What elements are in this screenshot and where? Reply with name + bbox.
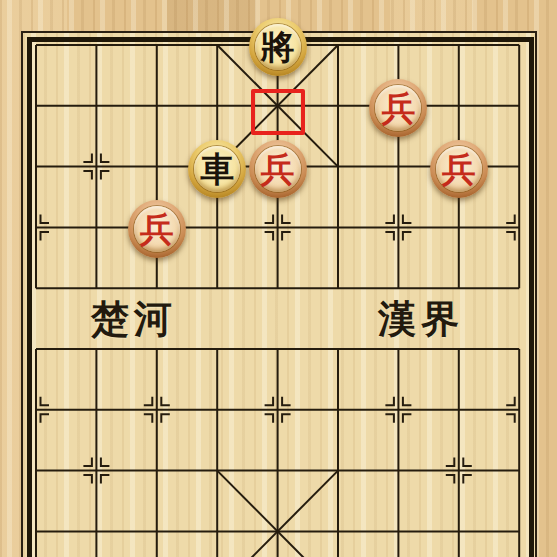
black-general-glyph: 將 [255, 24, 301, 70]
board-grid [0, 0, 557, 557]
river-label-right: 漢界 [378, 294, 464, 345]
black-chariot[interactable]: 車 [188, 140, 246, 198]
xiangqi-board: 楚河 漢界 將車兵兵兵兵 [0, 0, 557, 557]
red-soldier[interactable]: 兵 [430, 140, 488, 198]
red-soldier-glyph: 兵 [255, 146, 301, 192]
black-general[interactable]: 將 [249, 18, 307, 76]
red-soldier-glyph: 兵 [375, 85, 421, 131]
red-soldier[interactable]: 兵 [249, 140, 307, 198]
black-chariot-glyph: 車 [194, 146, 240, 192]
move-highlight-square [251, 89, 305, 135]
red-soldier[interactable]: 兵 [369, 79, 427, 137]
red-soldier-glyph: 兵 [134, 206, 180, 252]
red-soldier[interactable]: 兵 [128, 200, 186, 258]
river-label-left: 楚河 [91, 294, 177, 345]
red-soldier-glyph: 兵 [436, 146, 482, 192]
